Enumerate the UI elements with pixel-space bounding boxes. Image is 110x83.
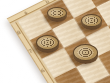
pieces-layer [0, 0, 110, 83]
checker-piece-b8[interactable] [47, 7, 67, 22]
piece-top-rings [73, 44, 98, 61]
checker-piece-b6[interactable] [73, 44, 98, 64]
piece-top-rings [36, 35, 59, 50]
checker-piece-c7[interactable] [81, 14, 102, 30]
piece-top-rings [47, 7, 67, 19]
checker-piece-a7[interactable] [36, 35, 59, 53]
piece-top-rings [81, 14, 102, 27]
board-photo: abcd 876 [0, 0, 110, 83]
